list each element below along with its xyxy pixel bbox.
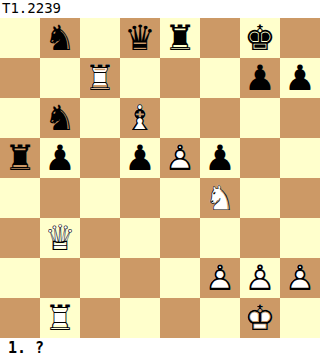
square-g5[interactable] bbox=[240, 138, 280, 178]
white-bishop-fill-d6: ♝ bbox=[120, 98, 160, 138]
square-g7[interactable]: ♟ bbox=[240, 58, 280, 98]
square-h1[interactable] bbox=[280, 298, 320, 338]
square-g1[interactable]: ♚♔ bbox=[240, 298, 280, 338]
square-d3[interactable] bbox=[120, 218, 160, 258]
white-bishop-d6: ♗ bbox=[120, 98, 160, 138]
white-rook-fill-c7: ♜ bbox=[80, 58, 120, 98]
black-king-g8: ♚ bbox=[240, 18, 280, 58]
square-h2[interactable]: ♟♙ bbox=[280, 258, 320, 298]
square-h5[interactable] bbox=[280, 138, 320, 178]
white-rook-c7: ♖ bbox=[80, 58, 120, 98]
black-knight-b8: ♞ bbox=[40, 18, 80, 58]
square-d7[interactable] bbox=[120, 58, 160, 98]
square-f2[interactable]: ♟♙ bbox=[200, 258, 240, 298]
square-f4[interactable]: ♞♘ bbox=[200, 178, 240, 218]
square-g6[interactable] bbox=[240, 98, 280, 138]
square-b1[interactable]: ♜♖ bbox=[40, 298, 80, 338]
square-e3[interactable] bbox=[160, 218, 200, 258]
square-c5[interactable] bbox=[80, 138, 120, 178]
square-e4[interactable] bbox=[160, 178, 200, 218]
square-h6[interactable] bbox=[280, 98, 320, 138]
white-queen-fill-b3: ♛ bbox=[40, 218, 80, 258]
black-pawn-d5: ♟ bbox=[120, 138, 160, 178]
white-king-fill-g1: ♚ bbox=[240, 298, 280, 338]
white-rook-fill-b1: ♜ bbox=[40, 298, 80, 338]
square-a2[interactable] bbox=[0, 258, 40, 298]
white-pawn-f2: ♙ bbox=[200, 258, 240, 298]
square-a1[interactable] bbox=[0, 298, 40, 338]
white-queen-b3: ♕ bbox=[40, 218, 80, 258]
white-pawn-fill-f2: ♟ bbox=[200, 258, 240, 298]
square-f6[interactable] bbox=[200, 98, 240, 138]
square-e2[interactable] bbox=[160, 258, 200, 298]
square-a7[interactable] bbox=[0, 58, 40, 98]
square-g4[interactable] bbox=[240, 178, 280, 218]
square-b2[interactable] bbox=[40, 258, 80, 298]
white-pawn-h2: ♙ bbox=[280, 258, 320, 298]
square-c1[interactable] bbox=[80, 298, 120, 338]
square-e5[interactable]: ♟♙ bbox=[160, 138, 200, 178]
square-b4[interactable] bbox=[40, 178, 80, 218]
white-rook-b1: ♖ bbox=[40, 298, 80, 338]
square-d6[interactable]: ♝♗ bbox=[120, 98, 160, 138]
square-f7[interactable] bbox=[200, 58, 240, 98]
square-g3[interactable] bbox=[240, 218, 280, 258]
square-c2[interactable] bbox=[80, 258, 120, 298]
square-c3[interactable] bbox=[80, 218, 120, 258]
square-d4[interactable] bbox=[120, 178, 160, 218]
puzzle-id: T1.2239 bbox=[0, 0, 320, 18]
square-h8[interactable] bbox=[280, 18, 320, 58]
square-c6[interactable] bbox=[80, 98, 120, 138]
square-b3[interactable]: ♛♕ bbox=[40, 218, 80, 258]
white-pawn-fill-g2: ♟ bbox=[240, 258, 280, 298]
square-f3[interactable] bbox=[200, 218, 240, 258]
square-c7[interactable]: ♜♖ bbox=[80, 58, 120, 98]
white-knight-fill-f4: ♞ bbox=[200, 178, 240, 218]
square-c8[interactable] bbox=[80, 18, 120, 58]
white-pawn-e5: ♙ bbox=[160, 138, 200, 178]
move-prompt: 1. ? bbox=[0, 338, 320, 360]
white-pawn-fill-e5: ♟ bbox=[160, 138, 200, 178]
black-pawn-g7: ♟ bbox=[240, 58, 280, 98]
black-pawn-b5: ♟ bbox=[40, 138, 80, 178]
square-d1[interactable] bbox=[120, 298, 160, 338]
square-f1[interactable] bbox=[200, 298, 240, 338]
square-h3[interactable] bbox=[280, 218, 320, 258]
square-a8[interactable] bbox=[0, 18, 40, 58]
square-b8[interactable]: ♞ bbox=[40, 18, 80, 58]
square-h4[interactable] bbox=[280, 178, 320, 218]
square-e8[interactable]: ♜ bbox=[160, 18, 200, 58]
square-a5[interactable]: ♜ bbox=[0, 138, 40, 178]
square-g2[interactable]: ♟♙ bbox=[240, 258, 280, 298]
black-queen-d8: ♛ bbox=[120, 18, 160, 58]
square-f5[interactable]: ♟ bbox=[200, 138, 240, 178]
black-knight-b6: ♞ bbox=[40, 98, 80, 138]
square-e6[interactable] bbox=[160, 98, 200, 138]
square-b5[interactable]: ♟ bbox=[40, 138, 80, 178]
square-g8[interactable]: ♚ bbox=[240, 18, 280, 58]
white-king-g1: ♔ bbox=[240, 298, 280, 338]
black-rook-e8: ♜ bbox=[160, 18, 200, 58]
square-f8[interactable] bbox=[200, 18, 240, 58]
white-pawn-fill-h2: ♟ bbox=[280, 258, 320, 298]
square-e1[interactable] bbox=[160, 298, 200, 338]
square-c4[interactable] bbox=[80, 178, 120, 218]
square-b7[interactable] bbox=[40, 58, 80, 98]
square-a6[interactable] bbox=[0, 98, 40, 138]
black-rook-a5: ♜ bbox=[0, 138, 40, 178]
square-h7[interactable]: ♟ bbox=[280, 58, 320, 98]
square-a3[interactable] bbox=[0, 218, 40, 258]
square-a4[interactable] bbox=[0, 178, 40, 218]
white-knight-f4: ♘ bbox=[200, 178, 240, 218]
black-pawn-h7: ♟ bbox=[280, 58, 320, 98]
square-d2[interactable] bbox=[120, 258, 160, 298]
chess-board: ♞♛♜♚♜♖♟♟♞♝♗♜♟♟♟♙♟♞♘♛♕♟♙♟♙♟♙♜♖♚♔ bbox=[0, 18, 320, 338]
square-e7[interactable] bbox=[160, 58, 200, 98]
black-pawn-f5: ♟ bbox=[200, 138, 240, 178]
white-pawn-g2: ♙ bbox=[240, 258, 280, 298]
square-b6[interactable]: ♞ bbox=[40, 98, 80, 138]
square-d8[interactable]: ♛ bbox=[120, 18, 160, 58]
square-d5[interactable]: ♟ bbox=[120, 138, 160, 178]
